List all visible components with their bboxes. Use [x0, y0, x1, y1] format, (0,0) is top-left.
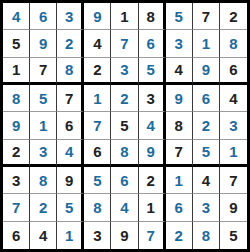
- cell-r9c5[interactable]: 9: [111, 222, 138, 249]
- cell-r3c5[interactable]: 3: [111, 58, 138, 85]
- cell-r7c7[interactable]: 1: [166, 167, 193, 194]
- cell-r3c3[interactable]: 8: [57, 58, 84, 85]
- cell-r4c9[interactable]: 4: [220, 85, 247, 112]
- cell-r3c6[interactable]: 5: [139, 58, 166, 85]
- cell-r4c2[interactable]: 5: [30, 85, 57, 112]
- cell-r9c1[interactable]: 6: [3, 222, 30, 249]
- cell-r1c2[interactable]: 6: [30, 3, 57, 30]
- cell-r9c4[interactable]: 3: [84, 222, 111, 249]
- cell-r6c9[interactable]: 1: [220, 140, 247, 167]
- cell-r5c4[interactable]: 7: [84, 112, 111, 139]
- cell-r8c9[interactable]: 9: [220, 194, 247, 221]
- cell-r3c8[interactable]: 9: [193, 58, 220, 85]
- cell-r6c7[interactable]: 7: [166, 140, 193, 167]
- cell-r7c9[interactable]: 7: [220, 167, 247, 194]
- cell-r9c9[interactable]: 5: [220, 222, 247, 249]
- cell-r4c7[interactable]: 9: [166, 85, 193, 112]
- cell-r1c1[interactable]: 4: [3, 3, 30, 30]
- cell-r5c9[interactable]: 3: [220, 112, 247, 139]
- cell-r3c4[interactable]: 2: [84, 58, 111, 85]
- cell-r5c7[interactable]: 8: [166, 112, 193, 139]
- cell-r7c3[interactable]: 9: [57, 167, 84, 194]
- cell-r5c3[interactable]: 6: [57, 112, 84, 139]
- cell-r3c9[interactable]: 6: [220, 58, 247, 85]
- cell-r3c2[interactable]: 7: [30, 58, 57, 85]
- cell-r5c2[interactable]: 1: [30, 112, 57, 139]
- cell-r1c8[interactable]: 7: [193, 3, 220, 30]
- cell-r2c8[interactable]: 1: [193, 30, 220, 57]
- cell-r2c6[interactable]: 6: [139, 30, 166, 57]
- cell-r1c5[interactable]: 1: [111, 3, 138, 30]
- cell-r6c6[interactable]: 9: [139, 140, 166, 167]
- cell-r1c3[interactable]: 3: [57, 3, 84, 30]
- cell-r2c4[interactable]: 4: [84, 30, 111, 57]
- cell-r1c4[interactable]: 9: [84, 3, 111, 30]
- cell-r2c3[interactable]: 2: [57, 30, 84, 57]
- cell-r5c8[interactable]: 2: [193, 112, 220, 139]
- cell-r5c1[interactable]: 9: [3, 112, 30, 139]
- cell-r4c6[interactable]: 3: [139, 85, 166, 112]
- cell-r3c7[interactable]: 4: [166, 58, 193, 85]
- cell-r8c3[interactable]: 5: [57, 194, 84, 221]
- cell-r7c8[interactable]: 4: [193, 167, 220, 194]
- cell-r7c1[interactable]: 3: [3, 167, 30, 194]
- cell-r6c2[interactable]: 3: [30, 140, 57, 167]
- cell-r2c2[interactable]: 9: [30, 30, 57, 57]
- cell-r8c6[interactable]: 1: [139, 194, 166, 221]
- cell-r1c7[interactable]: 5: [166, 3, 193, 30]
- cell-r4c4[interactable]: 1: [84, 85, 111, 112]
- cell-r8c4[interactable]: 8: [84, 194, 111, 221]
- cell-r5c5[interactable]: 5: [111, 112, 138, 139]
- cell-r8c5[interactable]: 4: [111, 194, 138, 221]
- cell-r6c4[interactable]: 6: [84, 140, 111, 167]
- cell-r7c6[interactable]: 2: [139, 167, 166, 194]
- cell-r6c5[interactable]: 8: [111, 140, 138, 167]
- cell-r7c5[interactable]: 6: [111, 167, 138, 194]
- cell-r8c2[interactable]: 2: [30, 194, 57, 221]
- cell-r6c1[interactable]: 2: [3, 140, 30, 167]
- cell-r1c9[interactable]: 2: [220, 3, 247, 30]
- cell-r1c6[interactable]: 8: [139, 3, 166, 30]
- cell-r6c3[interactable]: 4: [57, 140, 84, 167]
- sudoku-board: 4639185725924763181782354968571239649167…: [0, 0, 250, 252]
- cell-r2c5[interactable]: 7: [111, 30, 138, 57]
- cell-r7c2[interactable]: 8: [30, 167, 57, 194]
- cell-r8c7[interactable]: 6: [166, 194, 193, 221]
- cell-r8c1[interactable]: 7: [3, 194, 30, 221]
- cell-r9c7[interactable]: 2: [166, 222, 193, 249]
- cell-r4c8[interactable]: 6: [193, 85, 220, 112]
- cell-r9c2[interactable]: 4: [30, 222, 57, 249]
- cell-r3c1[interactable]: 1: [3, 58, 30, 85]
- cell-r4c1[interactable]: 8: [3, 85, 30, 112]
- cell-r6c8[interactable]: 5: [193, 140, 220, 167]
- cell-r9c6[interactable]: 7: [139, 222, 166, 249]
- cell-r8c8[interactable]: 3: [193, 194, 220, 221]
- cell-r4c3[interactable]: 7: [57, 85, 84, 112]
- cell-r7c4[interactable]: 5: [84, 167, 111, 194]
- cell-r9c3[interactable]: 1: [57, 222, 84, 249]
- cell-r5c6[interactable]: 4: [139, 112, 166, 139]
- cell-r9c8[interactable]: 8: [193, 222, 220, 249]
- cell-r4c5[interactable]: 2: [111, 85, 138, 112]
- cell-r2c7[interactable]: 3: [166, 30, 193, 57]
- cell-r2c1[interactable]: 5: [3, 30, 30, 57]
- cell-r2c9[interactable]: 8: [220, 30, 247, 57]
